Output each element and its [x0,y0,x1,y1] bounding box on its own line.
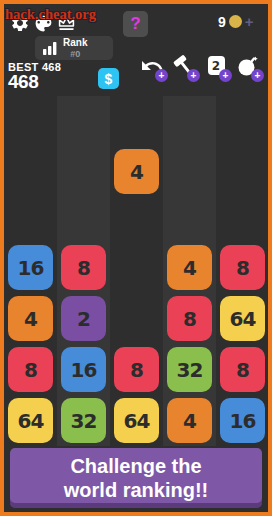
tile-8: 8 [61,245,106,290]
bar-chart-icon [43,42,57,55]
tile-4: 4 [167,245,212,290]
question-mark: ? [130,14,140,34]
rank-value: #0 [63,50,87,59]
tile-4: 4 [167,398,212,443]
card-plus-badge[interactable]: + [219,69,232,82]
hammer-powerup-button[interactable]: + [172,54,196,78]
undo-plus-badge[interactable]: + [155,69,168,82]
tile-16: 16 [8,245,53,290]
tile-64: 64 [8,398,53,443]
falling-tile-4: 4 [114,149,159,194]
tile-16: 16 [61,347,106,392]
banner-line-1: Challenge the [70,454,201,478]
tile-32: 32 [167,347,212,392]
add-coins-button[interactable]: + [245,13,254,30]
banner-line-2: world ranking!! [64,478,208,502]
help-button[interactable]: ? [123,11,148,37]
tile-64: 64 [220,296,265,341]
rank-label: Rank [63,38,87,48]
swap-card-powerup-button[interactable]: 2 + [204,54,228,78]
dollar-icon: $ [105,71,113,87]
hammer-plus-badge[interactable]: + [187,69,200,82]
tile-16: 16 [220,398,265,443]
tile-32: 32 [61,398,106,443]
coin-icon [229,15,242,28]
tile-2: 2 [61,296,106,341]
tile-64: 64 [114,398,159,443]
rank-badge[interactable]: Rank #0 [35,36,113,60]
tile-8: 8 [220,245,265,290]
bomb-powerup-button[interactable]: + [236,54,260,78]
coin-count: 9 [218,14,226,30]
tile-8: 8 [114,347,159,392]
coin-counter: 9 + [218,13,254,30]
game-screen: hack.cheat.org ? 9 + Rank [0,0,272,516]
cash-button[interactable]: $ [98,68,119,89]
challenge-ranking-button[interactable]: Challenge the world ranking!! [10,448,262,508]
undo-powerup-button[interactable]: + [140,54,164,78]
tile-8: 8 [167,296,212,341]
tile-8: 8 [8,347,53,392]
bomb-plus-badge[interactable]: + [251,69,264,82]
watermark: hack.cheat.org [5,6,96,23]
current-score: 468 [8,71,38,93]
tile-4: 4 [8,296,53,341]
tile-8: 8 [220,347,265,392]
